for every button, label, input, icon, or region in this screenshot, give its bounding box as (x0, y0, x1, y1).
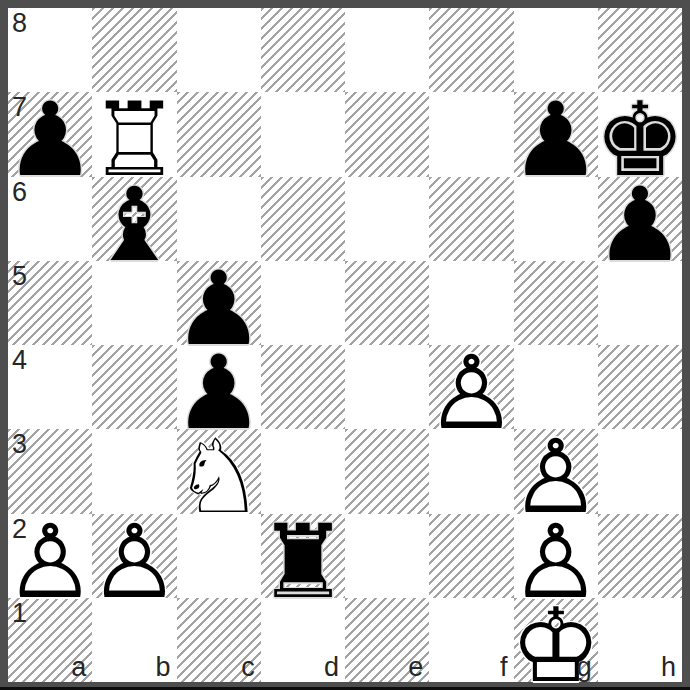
square-d6[interactable] (261, 177, 345, 261)
square-e3[interactable] (345, 429, 429, 513)
square-h3[interactable] (598, 429, 682, 513)
file-label-a: a (71, 654, 86, 681)
file-label-c: c (241, 654, 255, 681)
square-a4[interactable]: 4 (8, 345, 92, 429)
square-e1[interactable]: e (345, 598, 429, 682)
board-frame: 87♟♜♖♟♚6♝♟5♟4♟♟♙3♞♘♟♙2♟♙♟♙♜♟♙1abcdefg♚♔h (0, 0, 690, 690)
square-c8[interactable] (177, 8, 261, 92)
square-d4[interactable] (261, 345, 345, 429)
square-c3[interactable]: ♞♘ (177, 429, 261, 513)
square-a5[interactable]: 5 (8, 261, 92, 345)
square-h1[interactable]: h (598, 598, 682, 682)
square-c1[interactable]: c (177, 598, 261, 682)
square-a7[interactable]: 7♟ (8, 92, 92, 176)
square-g1[interactable]: g♚♔ (514, 598, 598, 682)
square-d7[interactable] (261, 92, 345, 176)
rank-label-1: 1 (12, 600, 27, 627)
square-g5[interactable] (514, 261, 598, 345)
black-rook-glyph-fill: ♜ (261, 520, 345, 604)
rank-label-3: 3 (12, 431, 27, 458)
black-bishop-glyph-fill: ♝ (92, 183, 176, 267)
white-pawn-glyph-outline: ♙ (92, 520, 176, 604)
file-label-f: f (500, 654, 508, 681)
piece-black-pawn[interactable]: ♟ (598, 177, 682, 261)
square-b2[interactable]: ♟♙ (92, 514, 176, 598)
square-e8[interactable] (345, 8, 429, 92)
file-label-b: b (155, 654, 170, 681)
black-pawn-glyph-fill: ♟ (598, 183, 682, 267)
square-a2[interactable]: 2♟♙ (8, 514, 92, 598)
rank-label-7: 7 (12, 94, 27, 121)
rank-label-8: 8 (12, 10, 27, 37)
square-b4[interactable] (92, 345, 176, 429)
square-f8[interactable] (429, 8, 513, 92)
square-d8[interactable] (261, 8, 345, 92)
square-h4[interactable] (598, 345, 682, 429)
square-f4[interactable]: ♟♙ (429, 345, 513, 429)
square-d5[interactable] (261, 261, 345, 345)
square-e6[interactable] (345, 177, 429, 261)
square-h2[interactable] (598, 514, 682, 598)
square-e4[interactable] (345, 345, 429, 429)
black-pawn-glyph-fill: ♟ (514, 98, 598, 182)
rank-label-2: 2 (12, 516, 27, 543)
white-knight-glyph-outline: ♘ (177, 435, 261, 519)
square-f6[interactable] (429, 177, 513, 261)
rank-label-5: 5 (12, 263, 27, 290)
piece-white-pawn[interactable]: ♟♙ (92, 514, 176, 598)
file-label-e: e (408, 654, 423, 681)
square-f2[interactable] (429, 514, 513, 598)
square-b6[interactable]: ♝ (92, 177, 176, 261)
square-d2[interactable]: ♜ (261, 514, 345, 598)
piece-black-pawn[interactable]: ♟ (514, 92, 598, 176)
piece-white-knight[interactable]: ♞♘ (177, 429, 261, 513)
square-e7[interactable] (345, 92, 429, 176)
file-label-h: h (661, 654, 676, 681)
square-e2[interactable] (345, 514, 429, 598)
piece-black-rook[interactable]: ♜ (261, 514, 345, 598)
file-label-d: d (324, 654, 339, 681)
rank-label-6: 6 (12, 179, 27, 206)
square-f1[interactable]: f (429, 598, 513, 682)
piece-white-pawn[interactable]: ♟♙ (429, 345, 513, 429)
white-pawn-glyph-outline: ♙ (429, 351, 513, 435)
square-g7[interactable]: ♟ (514, 92, 598, 176)
square-e5[interactable] (345, 261, 429, 345)
square-h6[interactable]: ♟ (598, 177, 682, 261)
chess-board: 87♟♜♖♟♚6♝♟5♟4♟♟♙3♞♘♟♙2♟♙♟♙♜♟♙1abcdefg♚♔h (8, 8, 682, 682)
rank-label-4: 4 (12, 347, 27, 374)
square-f7[interactable] (429, 92, 513, 176)
piece-black-bishop[interactable]: ♝ (92, 177, 176, 261)
square-c7[interactable] (177, 92, 261, 176)
file-label-g: g (577, 654, 592, 681)
